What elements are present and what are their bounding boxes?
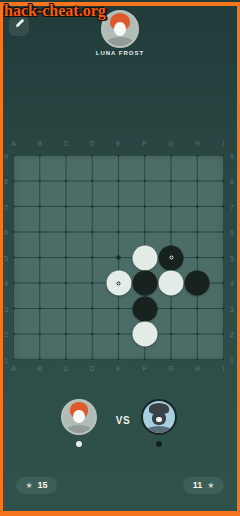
coord-label-G: G	[168, 365, 173, 372]
coord-label-6: 6	[230, 229, 234, 236]
coord-label-H: H	[195, 140, 200, 147]
stone-G4	[159, 271, 184, 296]
black-stone-indicator	[156, 441, 162, 447]
star-icon: ★	[207, 482, 214, 490]
coord-label-F: F	[143, 140, 147, 147]
coord-label-8: 8	[230, 178, 234, 185]
coord-label-H: H	[195, 365, 200, 372]
coord-label-C: C	[63, 365, 68, 372]
coord-label-D: D	[90, 365, 95, 372]
avatar-player-black	[141, 399, 177, 435]
avatar-top-player	[101, 10, 139, 48]
last-move-marker	[169, 256, 173, 260]
coord-label-5: 5	[230, 254, 234, 261]
stone-F4	[132, 271, 157, 296]
coord-label-A: A	[11, 140, 16, 147]
stone-F3	[132, 296, 157, 321]
coord-label-7: 7	[4, 203, 8, 210]
coord-label-E: E	[116, 365, 121, 372]
avatar-face	[73, 410, 85, 423]
coord-label-B: B	[37, 140, 42, 147]
coord-label-9: 9	[4, 152, 8, 159]
stone-F5	[132, 245, 157, 270]
watermark: hack-cheat.org	[4, 1, 106, 20]
vs-label: VS	[108, 415, 138, 426]
coord-label-E: E	[116, 140, 121, 147]
score-left: ★ 15	[16, 477, 57, 494]
coord-label-2: 2	[4, 331, 8, 338]
score-left-value: 15	[38, 481, 48, 490]
score-right: 11 ★	[183, 477, 224, 494]
coord-label-C: C	[63, 140, 68, 147]
score-right-value: 11	[193, 481, 203, 490]
coord-label-4: 4	[230, 280, 234, 287]
avatar-player-white	[61, 399, 97, 435]
coord-label-I: I	[223, 365, 225, 372]
coord-label-A: A	[11, 365, 16, 372]
coord-label-3: 3	[4, 305, 8, 312]
stone-F2	[132, 322, 157, 347]
stone-H4	[185, 271, 210, 296]
coord-label-4: 4	[4, 280, 8, 287]
coord-label-6: 6	[4, 229, 8, 236]
white-stone-indicator	[76, 441, 82, 447]
coord-label-1: 1	[230, 356, 234, 363]
coord-label-B: B	[37, 365, 42, 372]
coord-label-8: 8	[4, 178, 8, 185]
coord-label-I: I	[223, 140, 225, 147]
board-area: AABBCCDDEEFFGGHHII998877665544332211	[0, 0, 240, 516]
coord-label-F: F	[143, 365, 147, 372]
coord-label-1: 1	[4, 356, 8, 363]
coord-label-G: G	[168, 140, 173, 147]
stone-G5	[159, 245, 184, 270]
star-icon: ★	[25, 482, 32, 490]
stone-E4	[106, 271, 131, 296]
coord-label-D: D	[90, 140, 95, 147]
board-grid[interactable]	[13, 155, 224, 360]
coord-label-2: 2	[230, 331, 234, 338]
game-screen: hack-cheat.org LUNA FROST AABBCCDDEEFFGG…	[0, 0, 240, 516]
avatar-mouth	[156, 417, 161, 422]
coord-label-5: 5	[4, 254, 8, 261]
coord-label-7: 7	[230, 203, 234, 210]
coord-label-9: 9	[230, 152, 234, 159]
coord-label-3: 3	[230, 305, 234, 312]
avatar-face	[114, 22, 126, 36]
last-move-marker	[117, 281, 121, 285]
